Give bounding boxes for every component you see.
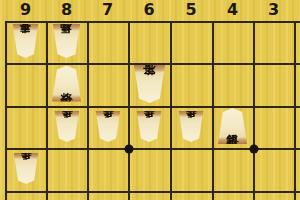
piece-gote-pawn-5c[interactable]: 歩兵	[178, 111, 204, 142]
grid-vline-5	[212, 21, 214, 200]
piece-gote-lance-9a[interactable]: 香車	[12, 24, 39, 58]
grid-vline-4	[170, 21, 172, 200]
file-label-9: 9	[20, 0, 31, 20]
piece-gote-king-6b[interactable]: 玉将	[133, 65, 166, 103]
file-label-4: 4	[227, 0, 238, 20]
file-label-5: 5	[185, 0, 196, 20]
grid-hline-0	[5, 21, 300, 23]
piece-gote-pawn-6c[interactable]: 歩兵	[136, 111, 162, 142]
grid-vline-3	[128, 21, 130, 200]
star-point-0	[125, 145, 134, 154]
file-label-3: 3	[268, 0, 279, 20]
file-label-7: 7	[102, 0, 113, 20]
piece-sente-gold-8b[interactable]: 金将	[51, 66, 82, 102]
grid-vline-7	[294, 21, 296, 200]
grid-hline-4	[5, 191, 300, 193]
grid-vline-1	[46, 21, 48, 200]
shogi-board[interactable]: 9876543香車桂馬金将玉将歩兵歩兵歩兵歩兵銀将歩兵	[0, 0, 300, 200]
piece-gote-knight-8a[interactable]: 桂馬	[52, 24, 81, 58]
grid-hline-1	[5, 63, 300, 65]
piece-sente-silver-4c[interactable]: 銀将	[217, 108, 248, 144]
file-label-8: 8	[61, 0, 72, 20]
grid-vline-6	[253, 21, 255, 200]
piece-gote-pawn-7c[interactable]: 歩兵	[95, 111, 121, 142]
grid-hline-2	[5, 106, 300, 108]
grid-vline-0	[5, 21, 7, 200]
piece-gote-pawn-9d[interactable]: 歩兵	[13, 153, 39, 184]
file-label-6: 6	[143, 0, 154, 20]
piece-gote-pawn-8c[interactable]: 歩兵	[54, 111, 80, 142]
star-point-1	[250, 145, 259, 154]
grid-vline-2	[87, 21, 89, 200]
